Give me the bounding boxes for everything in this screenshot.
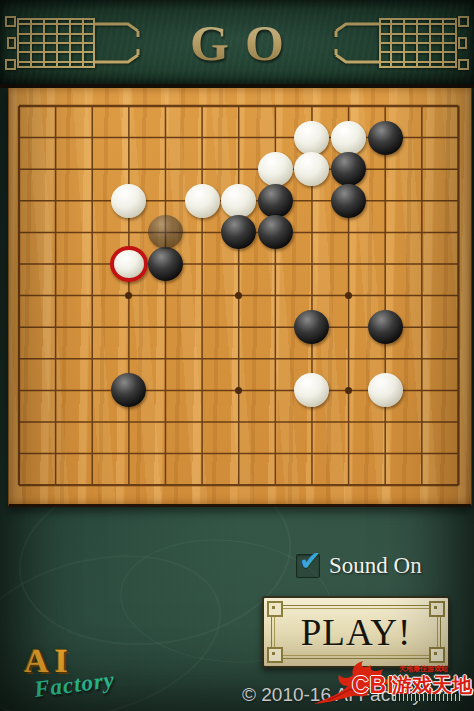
sound-label: Sound On xyxy=(329,553,422,579)
checkmark-icon: ✔ xyxy=(299,545,322,576)
corner-ornament-icon xyxy=(429,601,445,617)
copyright-text: © 2010-16 AI Factory Ltd xyxy=(242,684,454,706)
sound-toggle[interactable]: ✔ Sound On xyxy=(296,553,422,579)
corner-ornament-icon xyxy=(429,647,445,663)
corner-ornament-icon xyxy=(267,601,283,617)
ai-factory-logo: AI Factory xyxy=(20,642,130,704)
sound-checkbox[interactable]: ✔ xyxy=(296,554,320,578)
play-label: PLAY! xyxy=(301,611,412,654)
board-grid-lines xyxy=(9,88,471,504)
lattice-ornament-icon xyxy=(4,14,146,72)
app-title: GO xyxy=(174,14,300,72)
go-app-screen: GO ✔ xyxy=(0,0,474,711)
lattice-ornament-icon xyxy=(328,14,470,72)
title-banner: GO xyxy=(0,0,474,85)
go-board[interactable] xyxy=(8,88,472,507)
corner-ornament-icon xyxy=(267,647,283,663)
play-button[interactable]: PLAY! xyxy=(262,596,450,668)
